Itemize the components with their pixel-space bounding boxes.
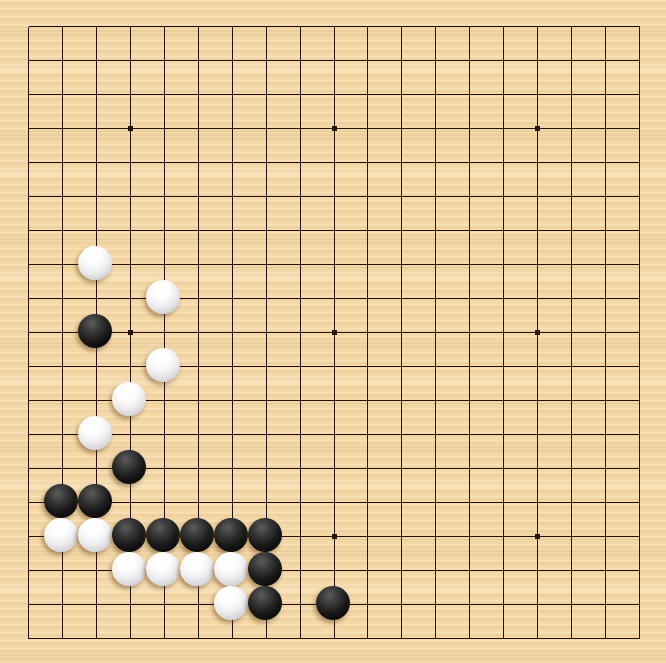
- go-board[interactable]: [0, 0, 666, 663]
- hoshi-point: [535, 330, 540, 335]
- white-stone: [214, 586, 248, 620]
- white-stone: [146, 552, 180, 586]
- hoshi-point: [332, 534, 337, 539]
- white-stone: [78, 246, 112, 280]
- black-stone: [78, 314, 112, 348]
- white-stone: [78, 518, 112, 552]
- white-stone: [214, 552, 248, 586]
- white-stone: [146, 348, 180, 382]
- black-stone: [112, 450, 146, 484]
- white-stone: [112, 552, 146, 586]
- black-stone: [248, 518, 282, 552]
- white-stone: [112, 382, 146, 416]
- black-stone: [44, 484, 78, 518]
- black-stone: [248, 586, 282, 620]
- go-app-screenshot: [0, 0, 666, 663]
- hoshi-point: [535, 126, 540, 131]
- black-stone: [214, 518, 248, 552]
- hoshi-point: [332, 126, 337, 131]
- black-stone: [146, 518, 180, 552]
- black-stone: [112, 518, 146, 552]
- black-stone: [180, 518, 214, 552]
- hoshi-point: [128, 126, 133, 131]
- white-stone: [44, 518, 78, 552]
- black-stone: [248, 552, 282, 586]
- black-stone: [316, 586, 350, 620]
- hoshi-point: [332, 330, 337, 335]
- white-stone: [146, 280, 180, 314]
- white-stone: [180, 552, 214, 586]
- hoshi-point: [535, 534, 540, 539]
- hoshi-point: [128, 330, 133, 335]
- black-stone: [78, 484, 112, 518]
- white-stone: [78, 416, 112, 450]
